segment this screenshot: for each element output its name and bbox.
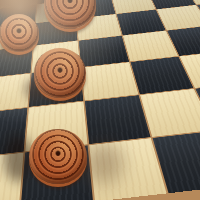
board-square-r5c2-dark[interactable] bbox=[85, 95, 151, 144]
checker-piece-upper-left[interactable] bbox=[0, 14, 39, 52]
board-square-r4c2-light[interactable] bbox=[81, 62, 138, 100]
board-square-r5c0-dark[interactable] bbox=[0, 108, 28, 158]
checker-piece-middle[interactable] bbox=[34, 48, 86, 98]
checkers-board-photo bbox=[0, 0, 200, 200]
checker-piece-bottom[interactable] bbox=[29, 129, 87, 184]
board-square-r5c3-light[interactable] bbox=[140, 89, 200, 137]
board-square-r6c0-light[interactable] bbox=[0, 152, 24, 200]
